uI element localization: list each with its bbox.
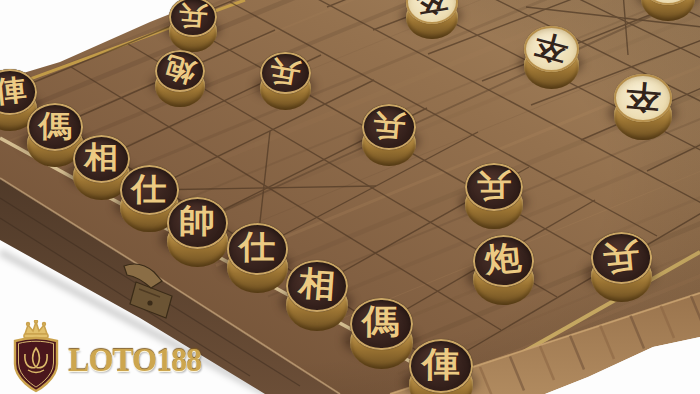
piece-face: 炮: [473, 235, 534, 286]
piece-face: 帥: [167, 197, 228, 248]
piece-dark-elephant-g1: 相: [286, 260, 348, 338]
piece-cream-general-e10: 將: [641, 0, 695, 27]
piece-character: 仕: [131, 173, 166, 205]
piece-face: 卒: [614, 74, 672, 123]
piece-dark-soldier-g4: 兵: [465, 163, 523, 236]
piece-dark-soldier-a4: 兵: [169, 0, 217, 57]
piece-face: 兵: [260, 52, 311, 95]
piece-character: 傌: [38, 111, 72, 141]
piece-character: 相: [84, 142, 118, 173]
product-photo: 將卒兵卒炮兵俥卒傌兵相兵仕帥仕兵炮相傌俥: [0, 0, 700, 394]
piece-cream-soldier-c7: 卒: [406, 0, 458, 45]
piece-dark-cannon-h3: 炮: [473, 235, 534, 311]
logo-text: LOTO188: [68, 341, 201, 379]
piece-face: 兵: [465, 163, 523, 212]
piece-dark-general-e1: 帥: [167, 197, 228, 273]
piece-face: 卒: [524, 26, 579, 72]
piece-face: 兵: [362, 104, 416, 149]
piece-face: 仕: [227, 223, 288, 274]
piece-character: 俥: [422, 347, 460, 382]
piece-dark-horse-h1: 傌: [350, 298, 413, 377]
piece-character: 兵: [268, 56, 303, 88]
piece-dark-cannon-b3: 炮: [155, 50, 205, 113]
piece-face: 俥: [409, 339, 473, 393]
piece-face: 傌: [350, 298, 413, 351]
piece-dark-soldier-e4: 兵: [362, 104, 416, 172]
piece-character: 帥: [179, 205, 216, 238]
piece-face: 炮: [155, 50, 205, 92]
piece-character: 仕: [239, 231, 276, 264]
piece-character: 卒: [414, 0, 450, 17]
piece-face: 相: [286, 260, 348, 312]
crown-icon: [24, 320, 48, 338]
piece-cream-soldier-g7: 卒: [614, 74, 672, 147]
piece-dark-advisor-f1: 仕: [227, 223, 288, 299]
piece-cream-soldier-e7: 卒: [524, 26, 579, 95]
piece-face: 兵: [591, 232, 652, 283]
piece-character: 傌: [362, 305, 400, 339]
piece-character: 炮: [483, 242, 522, 278]
piece-dark-chariot-i1: 俥: [409, 339, 473, 394]
piece-dark-soldier-i4: 兵: [591, 232, 652, 308]
piece-character: 卒: [624, 79, 661, 113]
logo-shield: [8, 320, 64, 394]
piece-character: 俥: [0, 74, 28, 106]
piece-dark-soldier-c4: 兵: [260, 52, 311, 116]
loto188-logo: LOTO188: [8, 320, 210, 394]
piece-character: 兵: [477, 170, 512, 201]
shield-icon: [15, 338, 57, 391]
piece-character: 兵: [372, 110, 407, 142]
piece-character: 兵: [178, 2, 209, 30]
piece-character: 卒: [531, 29, 571, 66]
piece-character: 相: [297, 266, 336, 302]
piece-character: 炮: [162, 53, 198, 87]
piece-character: 兵: [601, 239, 640, 275]
